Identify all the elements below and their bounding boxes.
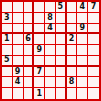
cell-r6c9[interactable] xyxy=(88,56,99,67)
cell-r7c3[interactable] xyxy=(24,67,35,78)
cell-r4c4[interactable] xyxy=(34,34,45,45)
cell-r2c8[interactable] xyxy=(77,13,88,24)
cell-r4c5[interactable] xyxy=(45,34,56,45)
cell-r7c7[interactable] xyxy=(67,67,78,78)
cell-r9c9[interactable] xyxy=(88,88,99,99)
cell-r3c2[interactable] xyxy=(13,24,24,35)
cell-r1c8[interactable]: 4 xyxy=(77,2,88,13)
cell-r9c6[interactable] xyxy=(56,88,67,99)
sudoku-board: 54738491629597481 xyxy=(0,0,101,101)
cell-r8c3[interactable] xyxy=(24,77,35,88)
cell-r2c6[interactable] xyxy=(56,13,67,24)
cell-r6c7[interactable] xyxy=(67,56,78,67)
cell-r3c9[interactable] xyxy=(88,24,99,35)
sudoku-grid: 54738491629597481 xyxy=(2,2,99,99)
cell-r8c6[interactable] xyxy=(56,77,67,88)
cell-r8c2[interactable]: 4 xyxy=(13,77,24,88)
cell-r7c8[interactable] xyxy=(77,67,88,78)
cell-r9c1[interactable] xyxy=(2,88,13,99)
cell-r2c9[interactable] xyxy=(88,13,99,24)
cell-r3c7[interactable] xyxy=(67,24,78,35)
cell-r5c8[interactable] xyxy=(77,45,88,56)
cell-r5c2[interactable] xyxy=(13,45,24,56)
cell-r6c2[interactable] xyxy=(13,56,24,67)
cell-r1c2[interactable] xyxy=(13,2,24,13)
cell-r5c7[interactable] xyxy=(67,45,78,56)
cell-r2c4[interactable] xyxy=(34,13,45,24)
cell-r5c1[interactable] xyxy=(2,45,13,56)
cell-r1c7[interactable] xyxy=(67,2,78,13)
cell-r9c8[interactable] xyxy=(77,88,88,99)
cell-r7c5[interactable] xyxy=(45,67,56,78)
cell-r4c9[interactable] xyxy=(88,34,99,45)
cell-r9c4[interactable]: 1 xyxy=(34,88,45,99)
cell-r7c4[interactable]: 7 xyxy=(34,67,45,78)
cell-r1c4[interactable] xyxy=(34,2,45,13)
cell-r9c5[interactable] xyxy=(45,88,56,99)
cell-r9c2[interactable] xyxy=(13,88,24,99)
cell-r6c8[interactable] xyxy=(77,56,88,67)
cell-r1c5[interactable] xyxy=(45,2,56,13)
cell-r8c8[interactable] xyxy=(77,77,88,88)
cell-r8c9[interactable] xyxy=(88,77,99,88)
cell-r5c9[interactable] xyxy=(88,45,99,56)
cell-r2c3[interactable] xyxy=(24,13,35,24)
cell-r6c1[interactable]: 5 xyxy=(2,56,13,67)
cell-r8c1[interactable] xyxy=(2,77,13,88)
cell-r3c3[interactable] xyxy=(24,24,35,35)
cell-r7c6[interactable] xyxy=(56,67,67,78)
cell-r2c1[interactable]: 3 xyxy=(2,13,13,24)
cell-r2c5[interactable]: 8 xyxy=(45,13,56,24)
cell-r4c7[interactable]: 2 xyxy=(67,34,78,45)
cell-r1c3[interactable] xyxy=(24,2,35,13)
cell-r1c1[interactable] xyxy=(2,2,13,13)
cell-r4c1[interactable]: 1 xyxy=(2,34,13,45)
cell-r1c9[interactable]: 7 xyxy=(88,2,99,13)
cell-r5c6[interactable] xyxy=(56,45,67,56)
cell-r6c5[interactable] xyxy=(45,56,56,67)
cell-r5c5[interactable] xyxy=(45,45,56,56)
cell-r7c1[interactable] xyxy=(2,67,13,78)
cell-r1c6[interactable]: 5 xyxy=(56,2,67,13)
cell-r7c2[interactable]: 9 xyxy=(13,67,24,78)
cell-r5c3[interactable] xyxy=(24,45,35,56)
cell-r4c6[interactable] xyxy=(56,34,67,45)
cell-r4c3[interactable]: 6 xyxy=(24,34,35,45)
cell-r4c2[interactable] xyxy=(13,34,24,45)
cell-r9c7[interactable] xyxy=(67,88,78,99)
cell-r8c5[interactable] xyxy=(45,77,56,88)
cell-r3c6[interactable] xyxy=(56,24,67,35)
cell-r2c2[interactable] xyxy=(13,13,24,24)
cell-r3c1[interactable] xyxy=(2,24,13,35)
cell-r7c9[interactable] xyxy=(88,67,99,78)
cell-r5c4[interactable]: 9 xyxy=(34,45,45,56)
cell-r8c4[interactable] xyxy=(34,77,45,88)
cell-r3c4[interactable] xyxy=(34,24,45,35)
cell-r4c8[interactable] xyxy=(77,34,88,45)
cell-r9c3[interactable] xyxy=(24,88,35,99)
cell-r6c3[interactable] xyxy=(24,56,35,67)
cell-r8c7[interactable]: 8 xyxy=(67,77,78,88)
cell-r6c6[interactable] xyxy=(56,56,67,67)
cell-r3c8[interactable]: 9 xyxy=(77,24,88,35)
cell-r3c5[interactable]: 4 xyxy=(45,24,56,35)
cell-r6c4[interactable] xyxy=(34,56,45,67)
cell-r2c7[interactable] xyxy=(67,13,78,24)
